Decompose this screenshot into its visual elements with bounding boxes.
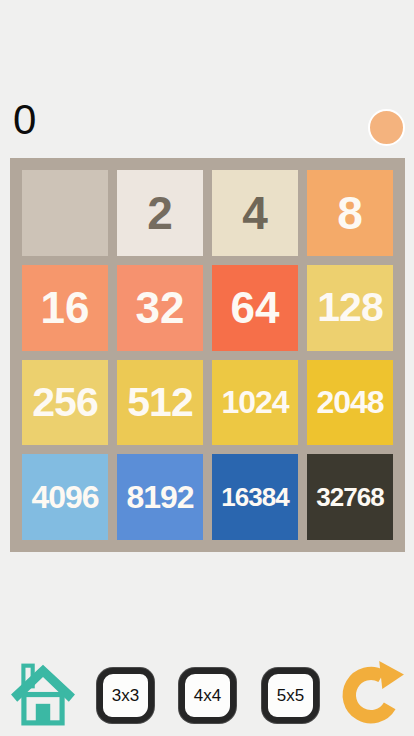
tile-4: 4 (212, 170, 298, 256)
grid-4x4-button[interactable]: 4x4 (179, 668, 236, 723)
restart-icon (340, 660, 406, 726)
grid-4x4-label: 4x4 (194, 686, 221, 706)
restart-button[interactable] (340, 660, 406, 726)
tile-8: 8 (307, 170, 393, 256)
tile-16384: 16384 (212, 454, 298, 540)
tile-8192: 8192 (117, 454, 203, 540)
new-tile-badge (368, 109, 405, 146)
grid-5x5-button[interactable]: 5x5 (262, 668, 319, 723)
board[interactable]: 2481632641282565121024204840968192163843… (10, 158, 405, 552)
tile-4096: 4096 (22, 454, 108, 540)
grid-3x3-label: 3x3 (112, 686, 139, 706)
grid-3x3-button[interactable]: 3x3 (97, 668, 154, 723)
empty-cell (22, 170, 108, 256)
tile-512: 512 (117, 360, 203, 446)
home-button[interactable] (10, 660, 76, 727)
tile-32: 32 (117, 265, 203, 351)
score-label: 0 (13, 98, 36, 142)
tile-128: 128 (307, 265, 393, 351)
tile-64: 64 (212, 265, 298, 351)
tile-2: 2 (117, 170, 203, 256)
home-icon (10, 660, 76, 727)
tile-256: 256 (22, 360, 108, 446)
grid-5x5-label: 5x5 (277, 686, 304, 706)
tile-32768: 32768 (307, 454, 393, 540)
tile-1024: 1024 (212, 360, 298, 446)
tile-2048: 2048 (307, 360, 393, 446)
tile-16: 16 (22, 265, 108, 351)
phone-screen: 0 24816326412825651210242048409681921638… (0, 0, 414, 736)
